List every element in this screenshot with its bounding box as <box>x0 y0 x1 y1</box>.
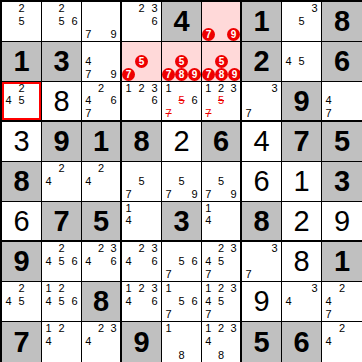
candidate-mark: 9 <box>107 28 120 41</box>
candidate-mark: 4 <box>122 215 135 228</box>
candidate-mark: 6 <box>148 15 161 28</box>
cell-r4c6[interactable]: 6 <box>202 122 242 162</box>
candidate-mark: 5 <box>15 295 28 308</box>
cell-r4c5[interactable]: 2 <box>162 122 202 162</box>
candidate-mark: 7 <box>122 188 135 201</box>
cell-r1c6[interactable]: 79 <box>202 2 242 42</box>
cell-r3c1[interactable]: 245 <box>2 82 42 122</box>
candidate-mark: 7 <box>162 308 175 321</box>
cell-r8c5[interactable]: 1567 <box>162 282 202 322</box>
cell-r6c4[interactable]: 14 <box>122 202 162 242</box>
candidate-mark: 2 <box>55 242 68 255</box>
pencil-mark-grid: 2467 <box>82 82 120 120</box>
candidate-mark: 3 <box>148 282 161 295</box>
red-disc: 7 <box>202 28 215 41</box>
cell-r1c9[interactable]: 8 <box>322 2 362 42</box>
candidate-mark: 1 <box>122 202 135 215</box>
red-disc: 7 <box>162 68 175 81</box>
user-digit: 9 <box>242 282 281 321</box>
candidate-mark: 2 <box>215 282 228 295</box>
eliminated-candidate: 7 <box>202 107 215 120</box>
candidate-mark: 3 <box>148 242 161 255</box>
cell-r4c7[interactable]: 4 <box>242 122 282 162</box>
candidate-mark: 4 <box>82 175 95 188</box>
candidate-mark: 5 <box>55 295 68 308</box>
cell-r5c6[interactable]: 579 <box>202 162 242 202</box>
red-disc: 9 <box>188 68 201 81</box>
cell-r9c4[interactable]: 9 <box>122 322 162 362</box>
circled-candidate: 5 <box>175 55 188 68</box>
candidate-mark: 1 <box>202 322 215 335</box>
candidate-mark: 2 <box>55 282 68 295</box>
pencil-mark-grid: 256 <box>42 2 81 41</box>
candidate-mark: 9 <box>227 188 240 201</box>
pencil-mark-grid: 579 <box>162 162 201 201</box>
candidate-mark: 1 <box>202 82 215 95</box>
circled-candidate: 7 <box>162 68 175 81</box>
cell-r6c3[interactable]: 5 <box>82 202 122 242</box>
candidate-mark: 2 <box>135 2 148 15</box>
cell-r5c7[interactable]: 6 <box>242 162 282 202</box>
candidate-mark: 6 <box>148 95 161 108</box>
user-digit: 2 <box>282 202 321 240</box>
candidate-mark: 5 <box>215 175 228 188</box>
cell-r4c8[interactable]: 7 <box>282 122 322 162</box>
candidate-mark: 6 <box>68 295 81 308</box>
sudoku-board: 2525679236479135813479575789578924562458… <box>0 0 362 362</box>
candidate-mark: 5 <box>135 175 148 188</box>
pencil-mark-grid: 247 <box>322 282 362 321</box>
cell-r9c9[interactable]: 24 <box>322 322 362 362</box>
candidate-mark: 4 <box>42 335 55 348</box>
cell-r2c3[interactable]: 479 <box>82 42 122 82</box>
circled-candidate: 8 <box>175 68 188 81</box>
cell-r2c9[interactable]: 6 <box>322 42 362 82</box>
pencil-mark-grid: 23457 <box>202 242 240 281</box>
candidate-mark: 5 <box>175 175 188 188</box>
candidate-mark: 1 <box>42 322 55 335</box>
given-digit: 3 <box>322 162 362 201</box>
cell-r2c5[interactable]: 5789 <box>162 42 202 82</box>
cell-r5c8[interactable]: 1 <box>282 162 322 202</box>
cell-r2c2[interactable]: 3 <box>42 42 82 82</box>
cell-r8c3[interactable]: 8 <box>82 282 122 322</box>
cell-r6c2[interactable]: 7 <box>42 202 82 242</box>
candidate-mark: 4 <box>42 255 55 268</box>
cell-r1c2[interactable]: 256 <box>42 2 82 42</box>
candidate-mark: 2 <box>15 2 28 15</box>
candidate-mark: 3 <box>227 82 240 95</box>
circled-candidate: 9 <box>188 68 201 81</box>
eliminated-candidate: 5 <box>175 95 188 108</box>
candidate-mark: 4 <box>82 95 95 108</box>
cell-r6c1[interactable]: 6 <box>2 202 42 242</box>
pencil-mark-grid: 479 <box>82 42 120 81</box>
candidate-mark: 4 <box>82 55 95 68</box>
candidate-mark: 2 <box>215 82 228 95</box>
candidate-mark: 8 <box>215 349 228 362</box>
given-digit: 5 <box>242 322 281 362</box>
candidate-mark: 6 <box>68 15 81 28</box>
given-digit: 9 <box>2 242 41 281</box>
pencil-mark-grid: 1567 <box>162 82 201 120</box>
cell-r6c5[interactable]: 3 <box>162 202 202 242</box>
candidate-mark: 1 <box>122 282 135 295</box>
candidate-mark: 9 <box>188 188 201 201</box>
cell-r3c2[interactable]: 8 <box>42 82 82 122</box>
candidate-mark: 7 <box>162 268 175 281</box>
candidate-mark: 5 <box>15 15 28 28</box>
given-digit: 7 <box>2 322 41 362</box>
given-digit: 6 <box>202 122 240 161</box>
pencil-mark-grid: 25 <box>2 2 41 41</box>
red-disc: 5 <box>215 55 228 68</box>
given-digit: 4 <box>162 2 201 41</box>
cell-r3c4[interactable]: 1236 <box>122 82 162 122</box>
cell-r9c2[interactable]: 124 <box>42 322 82 362</box>
cell-r6c8[interactable]: 2 <box>282 202 322 242</box>
given-digit: 9 <box>282 82 321 120</box>
red-disc: 9 <box>227 28 240 41</box>
candidate-mark: 4 <box>282 295 295 308</box>
pencil-mark-grid: 2346 <box>82 242 120 281</box>
given-digit: 9 <box>122 322 161 362</box>
candidate-mark: 7 <box>242 268 255 281</box>
cell-r2c6[interactable]: 5789 <box>202 42 242 82</box>
candidate-mark: 6 <box>188 95 201 108</box>
cell-r8c7[interactable]: 9 <box>242 282 282 322</box>
circled-candidate: 9 <box>228 68 241 81</box>
cell-r1c4[interactable]: 236 <box>122 2 162 42</box>
candidate-mark: 5 <box>215 255 228 268</box>
candidate-mark: 3 <box>148 82 161 95</box>
candidate-mark: 1 <box>122 82 135 95</box>
given-digit: 8 <box>122 122 161 161</box>
cell-r8c9[interactable]: 247 <box>322 282 362 322</box>
candidate-mark: 3 <box>107 242 120 255</box>
cell-r8c1[interactable]: 245 <box>2 282 42 322</box>
cell-r9c7[interactable]: 5 <box>242 322 282 362</box>
pencil-mark-grid: 14 <box>202 202 240 240</box>
candidate-mark: 1 <box>202 202 215 215</box>
given-digit: 6 <box>282 322 321 362</box>
pencil-mark-grid: 12348 <box>202 322 240 362</box>
pencil-mark-grid: 34 <box>282 282 321 321</box>
cell-r7c2[interactable]: 2456 <box>42 242 82 282</box>
pencil-mark-grid: 37 <box>242 82 281 120</box>
circled-candidate: 9 <box>227 28 240 41</box>
pencil-mark-grid: 236 <box>122 2 161 41</box>
pencil-mark-grid: 79 <box>202 2 240 41</box>
candidate-mark: 4 <box>322 295 335 308</box>
user-digit: 6 <box>242 162 281 201</box>
candidate-mark: 7 <box>242 107 255 120</box>
pencil-mark-grid: 35 <box>282 2 321 41</box>
cell-r7c8[interactable]: 8 <box>282 242 322 282</box>
circled-candidate: 7 <box>122 68 135 81</box>
cell-r3c7[interactable]: 37 <box>242 82 282 122</box>
given-digit: 7 <box>42 202 81 240</box>
cell-r6c7[interactable]: 8 <box>242 202 282 242</box>
cell-r1c8[interactable]: 35 <box>282 2 322 42</box>
cell-r3c8[interactable]: 9 <box>282 82 322 122</box>
pencil-mark-grid: 234 <box>82 322 120 362</box>
pencil-mark-grid: 12456 <box>42 282 81 321</box>
cell-r3c5[interactable]: 1567 <box>162 82 202 122</box>
cell-r7c3[interactable]: 2346 <box>82 242 122 282</box>
circled-candidate: 7 <box>202 68 215 81</box>
red-disc: 5 <box>175 55 188 68</box>
cell-r2c7[interactable]: 2 <box>242 42 282 82</box>
given-digit: 9 <box>42 122 81 161</box>
cell-r7c6[interactable]: 23457 <box>202 242 242 282</box>
red-disc: 8 <box>175 68 188 81</box>
candidate-mark: 2 <box>55 322 68 335</box>
cell-r5c2[interactable]: 24 <box>42 162 82 202</box>
eliminated-candidate: 7 <box>162 107 175 120</box>
candidate-mark: 6 <box>107 255 120 268</box>
candidate-mark: 3 <box>148 2 161 15</box>
red-disc: 8 <box>215 68 228 81</box>
candidate-mark: 3 <box>268 242 281 255</box>
cell-r2c1[interactable]: 1 <box>2 42 42 82</box>
user-digit: 6 <box>2 202 41 240</box>
user-digit: 3 <box>2 122 41 161</box>
candidate-mark: 6 <box>68 255 81 268</box>
candidate-mark: 3 <box>308 282 321 295</box>
candidate-mark: 4 <box>82 335 95 348</box>
user-digit: 1 <box>282 162 321 201</box>
pencil-mark-grid: 124 <box>42 322 81 362</box>
given-digit: 5 <box>322 122 362 161</box>
cell-r1c3[interactable]: 79 <box>82 2 122 42</box>
candidate-mark: 2 <box>95 162 108 175</box>
candidate-mark: 5 <box>295 15 308 28</box>
cell-r9c3[interactable]: 234 <box>82 322 122 362</box>
given-digit: 1 <box>2 42 41 81</box>
candidate-mark: 2 <box>55 162 68 175</box>
candidate-mark: 4 <box>282 55 295 68</box>
cell-r3c9[interactable]: 47 <box>322 82 362 122</box>
user-digit: 2 <box>162 122 201 161</box>
user-digit: 4 <box>242 122 281 161</box>
candidate-mark: 1 <box>162 82 175 95</box>
circled-candidate: 5 <box>215 55 228 68</box>
cell-r9c5[interactable]: 18 <box>162 322 202 362</box>
cell-r9c1[interactable]: 7 <box>2 322 42 362</box>
given-digit: 1 <box>322 242 362 281</box>
candidate-mark: 3 <box>227 282 240 295</box>
candidate-mark: 3 <box>107 322 120 335</box>
user-digit: 8 <box>42 82 81 120</box>
candidate-mark: 7 <box>202 268 215 281</box>
candidate-mark: 5 <box>55 15 68 28</box>
candidate-mark: 7 <box>202 308 215 321</box>
cell-r4c3[interactable]: 1 <box>82 122 122 162</box>
given-digit: 8 <box>82 282 120 321</box>
cell-r8c2[interactable]: 12456 <box>42 282 82 322</box>
candidate-mark: 2 <box>15 82 28 95</box>
candidate-mark: 6 <box>188 295 201 308</box>
pencil-mark-grid: 45 <box>282 42 321 81</box>
cell-r4c9[interactable]: 5 <box>322 122 362 162</box>
pencil-mark-grid: 18 <box>162 322 201 362</box>
given-digit: 3 <box>162 202 201 240</box>
user-digit: 9 <box>322 202 362 240</box>
cell-r7c7[interactable]: 37 <box>242 242 282 282</box>
candidate-mark: 4 <box>202 255 215 268</box>
cell-r4c2[interactable]: 9 <box>42 122 82 162</box>
cell-r5c3[interactable]: 24 <box>82 162 122 202</box>
red-disc: 7 <box>202 68 215 81</box>
given-digit: 8 <box>242 202 281 240</box>
circled-candidate: 7 <box>202 28 215 41</box>
candidate-mark: 7 <box>82 107 95 120</box>
given-digit: 8 <box>322 2 362 41</box>
candidate-mark: 4 <box>2 295 15 308</box>
pencil-mark-grid: 47 <box>322 82 362 120</box>
cell-r6c9[interactable]: 9 <box>322 202 362 242</box>
candidate-mark: 9 <box>107 68 120 81</box>
pencil-mark-grid: 24 <box>42 162 81 201</box>
candidate-mark: 2 <box>335 322 348 335</box>
candidate-mark: 2 <box>95 322 108 335</box>
cell-r4c1[interactable]: 3 <box>2 122 42 162</box>
pencil-mark-grid: 37 <box>242 242 281 281</box>
candidate-mark: 2 <box>15 282 28 295</box>
given-digit: 7 <box>282 122 321 161</box>
cell-r1c1[interactable]: 25 <box>2 2 42 42</box>
cell-r7c5[interactable]: 567 <box>162 242 202 282</box>
candidate-mark: 3 <box>227 322 240 335</box>
candidate-mark: 2 <box>215 322 228 335</box>
cell-r1c5[interactable]: 4 <box>162 2 202 42</box>
cell-r3c3[interactable]: 2467 <box>82 82 122 122</box>
pencil-mark-grid: 2456 <box>42 242 81 281</box>
candidate-mark: 2 <box>95 242 108 255</box>
cell-r3c6[interactable]: 12357 <box>202 82 242 122</box>
cell-r5c9[interactable]: 3 <box>322 162 362 202</box>
candidate-mark: 4 <box>322 335 335 348</box>
candidate-mark: 7 <box>162 188 175 201</box>
cell-r2c4[interactable]: 57 <box>122 42 162 82</box>
cell-r5c4[interactable]: 57 <box>122 162 162 202</box>
candidate-mark: 7 <box>82 68 95 81</box>
given-digit: 6 <box>322 42 362 81</box>
red-disc: 5 <box>135 55 148 68</box>
candidate-mark: 1 <box>202 282 215 295</box>
given-digit: 2 <box>242 42 281 81</box>
candidate-mark: 4 <box>202 295 215 308</box>
pencil-mark-grid: 245 <box>2 282 41 321</box>
candidate-mark: 6 <box>148 295 161 308</box>
cell-r5c5[interactable]: 579 <box>162 162 202 202</box>
candidate-mark: 2 <box>335 282 348 295</box>
pencil-mark-grid: 245 <box>2 82 41 120</box>
cell-r7c1[interactable]: 9 <box>2 242 42 282</box>
eliminated-candidate: 5 <box>215 95 228 108</box>
candidate-mark: 3 <box>308 2 321 15</box>
given-digit: 1 <box>82 122 120 161</box>
candidate-mark: 7 <box>322 107 335 120</box>
circled-candidate: 5 <box>135 55 148 68</box>
pencil-mark-grid: 5789 <box>202 42 240 81</box>
user-digit: 8 <box>282 242 321 281</box>
candidate-mark: 4 <box>202 215 215 228</box>
candidate-mark: 2 <box>215 242 228 255</box>
cell-r2c8[interactable]: 45 <box>282 42 322 82</box>
candidate-mark: 4 <box>42 175 55 188</box>
cell-r7c9[interactable]: 1 <box>322 242 362 282</box>
cell-r8c6[interactable]: 123457 <box>202 282 242 322</box>
candidate-mark: 4 <box>122 255 135 268</box>
candidate-mark: 5 <box>55 255 68 268</box>
pencil-mark-grid: 12357 <box>202 82 240 120</box>
pencil-mark-grid: 24 <box>322 322 362 362</box>
candidate-mark: 5 <box>175 255 188 268</box>
cell-r1c7[interactable]: 1 <box>242 2 282 42</box>
candidate-mark: 7 <box>322 308 335 321</box>
cell-r9c8[interactable]: 6 <box>282 322 322 362</box>
candidate-mark: 1 <box>162 282 175 295</box>
candidate-mark: 2 <box>135 242 148 255</box>
candidate-mark: 3 <box>227 242 240 255</box>
candidate-mark: 4 <box>322 95 335 108</box>
candidate-mark: 7 <box>202 188 215 201</box>
candidate-mark: 2 <box>55 2 68 15</box>
candidate-mark: 6 <box>148 255 161 268</box>
pencil-mark-grid: 1567 <box>162 282 201 321</box>
red-disc: 7 <box>122 68 135 81</box>
cell-r6c6[interactable]: 14 <box>202 202 242 242</box>
pencil-mark-grid: 1236 <box>122 82 161 120</box>
candidate-mark: 5 <box>295 55 308 68</box>
candidate-mark: 5 <box>215 295 228 308</box>
pencil-mark-grid: 57 <box>122 162 161 201</box>
cell-r4c4[interactable]: 8 <box>122 122 162 162</box>
candidate-mark: 6 <box>188 255 201 268</box>
given-digit: 1 <box>242 2 281 41</box>
cell-r7c4[interactable]: 2346 <box>122 242 162 282</box>
candidate-mark: 3 <box>268 82 281 95</box>
candidate-mark: 5 <box>175 295 188 308</box>
given-digit: 3 <box>42 42 81 81</box>
candidate-mark: 5 <box>15 95 28 108</box>
pencil-mark-grid: 123457 <box>202 282 240 321</box>
candidate-mark: 2 <box>135 282 148 295</box>
red-disc: 9 <box>228 68 241 81</box>
pencil-mark-grid: 14 <box>122 202 161 240</box>
candidate-mark: 4 <box>42 295 55 308</box>
candidate-mark: 2 <box>95 82 108 95</box>
pencil-mark-grid: 24 <box>82 162 120 201</box>
cell-r5c1[interactable]: 8 <box>2 162 42 202</box>
candidate-mark: 4 <box>2 95 15 108</box>
candidate-mark: 8 <box>175 349 188 362</box>
candidate-mark: 4 <box>82 255 95 268</box>
cell-r8c4[interactable]: 12346 <box>122 282 162 322</box>
candidate-mark: 2 <box>135 82 148 95</box>
pencil-mark-grid: 567 <box>162 242 201 281</box>
candidate-mark: 6 <box>107 95 120 108</box>
pencil-mark-grid: 5789 <box>162 42 201 81</box>
cell-r8c8[interactable]: 34 <box>282 282 322 322</box>
given-digit: 5 <box>82 202 120 240</box>
candidate-mark: 4 <box>122 295 135 308</box>
cell-r9c6[interactable]: 12348 <box>202 322 242 362</box>
given-digit: 8 <box>2 162 41 201</box>
circled-candidate: 8 <box>215 68 228 81</box>
